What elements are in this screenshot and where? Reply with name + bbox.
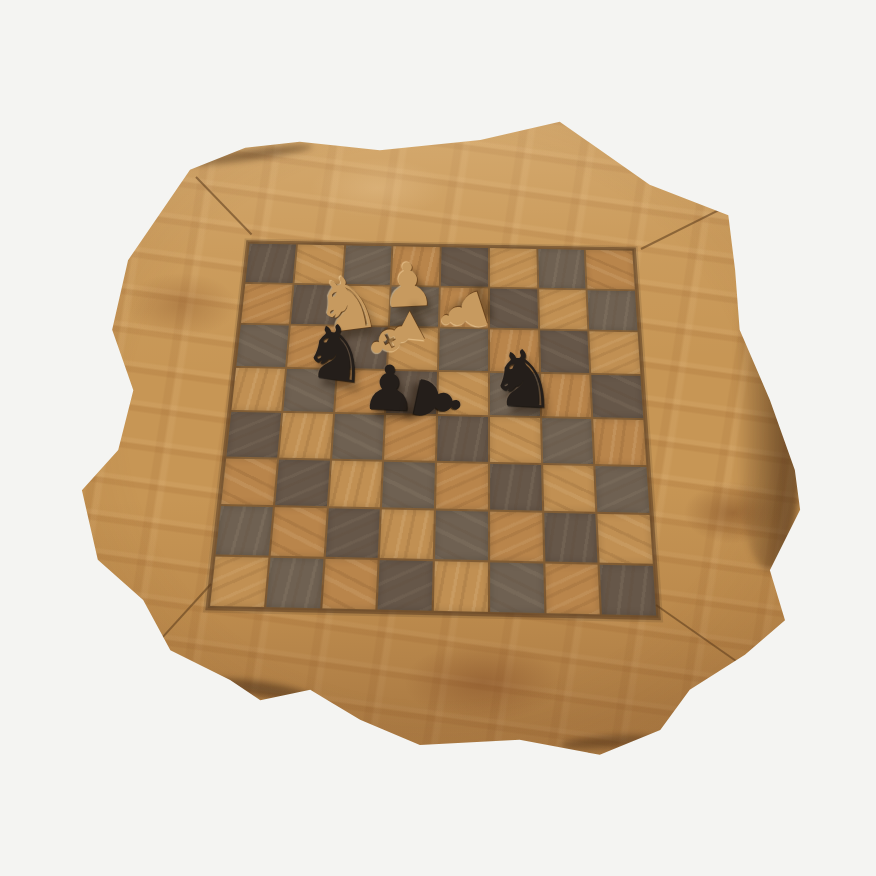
square-a3 (221, 458, 277, 505)
bark-crevice-bottom-left (212, 674, 313, 703)
square-c5 (335, 369, 387, 413)
square-c3 (329, 460, 383, 507)
square-b6 (287, 326, 338, 368)
frame-mitre-seam-bottom-right (655, 604, 737, 662)
frame-mitre-seam-bottom-left (149, 583, 212, 652)
square-d4 (384, 415, 436, 460)
bark-crevice-bottom-mid (560, 733, 656, 752)
square-b3 (275, 459, 330, 506)
square-e4 (437, 416, 488, 461)
square-d6 (388, 327, 438, 369)
square-b7 (291, 284, 341, 324)
square-a7 (241, 283, 292, 323)
square-h2 (598, 514, 653, 563)
frame-mitre-seam-top-right (641, 207, 724, 250)
square-g5 (541, 373, 592, 417)
square-g2 (544, 513, 598, 562)
square-e7 (440, 287, 488, 328)
square-f7 (490, 288, 538, 329)
square-c2 (325, 508, 380, 557)
square-h4 (593, 419, 646, 465)
square-f4 (490, 417, 541, 462)
square-d3 (382, 461, 435, 508)
square-c7 (340, 285, 390, 325)
square-e6 (439, 328, 488, 370)
frame-mitre-seam-top-left (195, 176, 252, 235)
square-h1 (600, 564, 656, 615)
square-a8 (246, 244, 296, 283)
square-h5 (591, 374, 643, 418)
live-edge-dark-right (736, 250, 802, 570)
square-f6 (490, 329, 539, 371)
square-f1 (490, 562, 544, 613)
square-b1 (266, 557, 323, 608)
square-b5 (283, 368, 335, 412)
square-a6 (236, 325, 288, 367)
square-a4 (226, 412, 280, 457)
square-g7 (539, 289, 588, 330)
square-f3 (490, 463, 542, 510)
square-g4 (542, 418, 594, 463)
olive-wood-slab (60, 110, 816, 760)
square-c4 (332, 414, 385, 459)
square-d8 (392, 246, 440, 285)
square-g1 (545, 563, 600, 614)
square-f2 (490, 512, 543, 561)
square-a1 (210, 556, 268, 607)
square-f8 (490, 248, 537, 287)
square-e8 (441, 247, 488, 286)
live-edge-dark-topleft (188, 141, 313, 168)
checkerboard (208, 242, 659, 618)
square-d1 (378, 560, 433, 611)
square-c6 (338, 327, 389, 369)
square-b8 (294, 245, 343, 284)
square-c1 (322, 558, 378, 609)
square-f5 (490, 372, 540, 416)
square-e3 (436, 462, 488, 509)
square-e5 (438, 371, 488, 415)
square-a5 (232, 367, 285, 411)
square-d5 (386, 370, 437, 414)
square-g3 (543, 464, 596, 511)
square-h8 (586, 250, 635, 289)
square-d7 (390, 286, 439, 326)
square-g8 (538, 249, 586, 288)
square-b2 (270, 507, 326, 556)
square-g6 (540, 330, 590, 372)
live-edge-dark-topright (568, 94, 796, 167)
square-d2 (380, 509, 434, 558)
chess-board (208, 242, 659, 618)
square-h6 (590, 331, 641, 373)
square-c8 (343, 245, 392, 284)
square-a2 (216, 506, 273, 555)
square-e2 (435, 511, 488, 560)
photo-canvas: ♟♞♝♟♞♟♟♞ (0, 0, 876, 876)
square-h7 (588, 290, 638, 331)
square-h3 (596, 466, 650, 513)
square-e1 (434, 561, 488, 612)
square-b4 (279, 413, 333, 458)
